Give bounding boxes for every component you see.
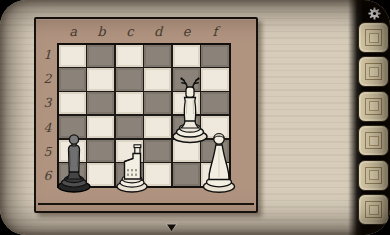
game-screen: abcdef 123456 — [0, 0, 390, 235]
piece-gray-man-statue[interactable] — [55, 133, 93, 193]
pieces-layer — [36, 19, 256, 211]
piece-white-woman[interactable] — [200, 131, 238, 193]
inventory-slot-1[interactable] — [358, 22, 389, 53]
settings-gear-icon[interactable] — [368, 5, 381, 18]
inventory-slot-inner-square — [369, 101, 379, 111]
inventory-panel — [348, 0, 390, 235]
inventory-slot-inner-frame — [365, 63, 382, 80]
inventory-slot-inner-frame — [365, 98, 382, 115]
inventory-slot-inner-frame — [365, 29, 382, 46]
inventory-slot-inner-square — [369, 205, 379, 215]
inventory-slot-inner-square — [369, 136, 379, 146]
piece-white-building[interactable] — [112, 141, 152, 193]
inventory-slot-inner-square — [369, 170, 379, 180]
scroll-down-arrow-icon[interactable] — [165, 218, 178, 228]
inventory-slot-inner-frame — [365, 132, 382, 149]
inventory-slot-5[interactable] — [358, 160, 389, 191]
inventory-slot-6[interactable] — [358, 194, 389, 225]
inventory-slot-inner-frame — [365, 167, 382, 184]
inventory-slot-inner-square — [369, 67, 379, 77]
inventory-slot-4[interactable] — [358, 125, 389, 156]
inventory-slot-inner-frame — [365, 201, 382, 218]
chess-board: abcdef 123456 — [34, 17, 258, 213]
inventory-slot-inner-square — [369, 33, 379, 43]
inventory-slot-2[interactable] — [358, 56, 389, 87]
inventory-slot-3[interactable] — [358, 91, 389, 122]
